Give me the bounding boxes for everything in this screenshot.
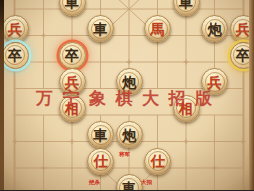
piece-character: 車 <box>94 128 108 142</box>
piece-character: 馬 <box>151 22 165 36</box>
piece-black-車-f4r3[interactable]: 車 <box>87 15 114 42</box>
piece-red-兵-f1r3[interactable]: 兵 <box>2 15 29 42</box>
board-frame-right <box>249 0 254 190</box>
piece-character: 卒 <box>8 48 22 62</box>
piece-character: 卒 <box>236 48 250 62</box>
piece-character: 車 <box>122 181 136 191</box>
piece-character: 仕 <box>151 154 165 168</box>
piece-black-炮-f5r7[interactable]: 炮 <box>116 121 143 148</box>
piece-black-車-f5r9[interactable]: 車 <box>116 174 143 190</box>
piece-red-馬-f6r3[interactable]: 馬 <box>144 15 171 42</box>
piece-character: 車 <box>94 22 108 36</box>
hint-label-1: 绝杀 <box>89 180 100 186</box>
piece-character: 炮 <box>208 22 222 36</box>
piece-character: 車 <box>179 0 193 9</box>
piece-character: 兵 <box>8 22 22 36</box>
xiangqi-game-screen: 車車兵車馬炮兵卒卒卒兵炮兵相相車炮仕仕車 万宁象棋大招版 将军绝杀大招 <box>0 0 254 190</box>
piece-black-卒-f1r4[interactable]: 卒 <box>2 42 29 69</box>
piece-red-仕-f6r8[interactable]: 仕 <box>144 148 171 175</box>
piece-character: 車 <box>65 0 79 9</box>
piece-black-車-f3r2[interactable]: 車 <box>59 0 86 16</box>
piece-black-卒-f3r4[interactable]: 卒 <box>59 42 86 69</box>
piece-character: 仕 <box>94 154 108 168</box>
hint-label-2: 大招 <box>141 180 152 186</box>
app-watermark-text: 万宁象棋大招版 <box>36 87 222 110</box>
hint-label-0: 将军 <box>119 152 130 158</box>
piece-character: 炮 <box>122 128 136 142</box>
piece-black-車-f7r2[interactable]: 車 <box>173 0 200 16</box>
piece-character: 兵 <box>236 22 250 36</box>
piece-red-仕-f4r8[interactable]: 仕 <box>87 148 114 175</box>
piece-black-車-f4r7[interactable]: 車 <box>87 121 114 148</box>
piece-black-炮-f8r3[interactable]: 炮 <box>201 15 228 42</box>
piece-character: 卒 <box>65 48 79 62</box>
board-frame-left <box>0 0 4 190</box>
